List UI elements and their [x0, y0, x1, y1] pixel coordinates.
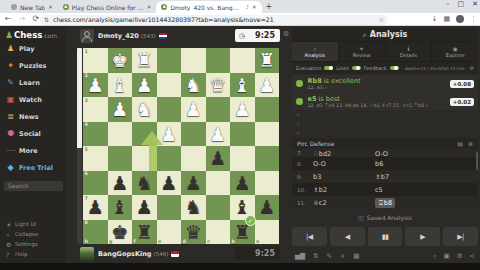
square-h3[interactable]: 3 [83, 97, 108, 122]
globe-favicon-icon [11, 4, 17, 10]
evaluation-chart-icon[interactable]: ▅▇ [295, 252, 305, 260]
square-f8[interactable]: f♜ [132, 220, 157, 245]
move-row-8[interactable]: 8.O-Ob6 [292, 157, 478, 170]
engine-line-1[interactable]: Rb8 is excellent12. a3 ⌕+0.08 [292, 75, 478, 92]
line-verdict: Rb8 is excellent [308, 77, 450, 85]
tab-details[interactable]: ℹDetails [385, 42, 432, 61]
sidebar-item-label: Puzzles [19, 62, 46, 70]
top-player-name[interactable]: Dmoty_420 [98, 32, 139, 40]
square-h1[interactable]: 1 [83, 48, 108, 73]
white-knight-piece[interactable]: ♞ [132, 97, 157, 122]
move-row-11[interactable]: 11.♕c2♖b8 [292, 196, 478, 209]
move-list-scrollbar[interactable] [476, 152, 478, 170]
move-row-7[interactable]: 7.♘bd2O-O [292, 150, 478, 157]
annotate-icon[interactable]: ✎ [326, 252, 331, 260]
move-quality-dot [296, 80, 303, 87]
white-knight-piece[interactable]: ♞ [181, 73, 206, 98]
sidebar-item-label: News [19, 113, 39, 121]
square-c4[interactable]: ♟ [206, 122, 231, 147]
bookmark-star-icon[interactable]: ☆ [379, 16, 384, 23]
footer-item-label: Help [15, 251, 28, 257]
close-icon[interactable]: ✕ [472, 0, 478, 8]
download-icon[interactable]: ↓ [432, 15, 438, 23]
top-player-avatar[interactable] [80, 29, 94, 43]
logo-pawn-icon: ♟ [5, 30, 13, 40]
square-b2[interactable]: ♝ [230, 73, 255, 98]
analysis-tab-icon: ⌕ [313, 45, 316, 52]
sidebar-item-news[interactable]: ≣News [0, 108, 67, 125]
browser-tabs: New Tab✕♟Play Chess Online for FREE - ..… [0, 1, 262, 13]
white-move[interactable]: ♕c2 [313, 199, 375, 207]
analysis-toggles: EvaluationLinesFeedbackdepth=14 | Stockf… [292, 61, 478, 74]
white-rook-piece[interactable]: ♜ [255, 48, 280, 73]
toggle-label-feedback: Feedback [364, 66, 387, 71]
line-pv: 12. a3 ♖e8 13. b4 ab 14. ♘b1 ♗c7 15. ♗c1… [308, 103, 450, 109]
square-a3[interactable] [255, 97, 280, 122]
square-h8[interactable]: 8h [83, 220, 108, 245]
sidebar-item-free-trial[interactable]: ◆Free Trial [0, 159, 67, 176]
tab-review[interactable]: ✦Review [338, 42, 385, 61]
rank-label: 8 [85, 220, 88, 225]
tab-close-icon[interactable]: ✕ [48, 4, 53, 10]
square-c1[interactable] [206, 48, 231, 73]
footer-item-label: Settings [15, 241, 38, 247]
settings-icon: ⚙ [6, 241, 15, 248]
toggle-label-lines: Lines [336, 66, 349, 71]
line-move: e5 [308, 95, 317, 103]
file-label: a [256, 239, 259, 244]
square-h6[interactable]: 6 [83, 171, 108, 196]
square-d7[interactable]: ♞ [181, 195, 206, 220]
rank-label: 5 [85, 147, 88, 152]
square-g1[interactable]: ♚ [108, 48, 133, 73]
new-tab-button[interactable]: + [266, 2, 273, 11]
square-c5[interactable]: ♟ [206, 146, 231, 171]
engine-line-placeholder: ⚡ [292, 111, 478, 119]
file-label: h [85, 239, 88, 244]
rank-label: 4 [85, 122, 88, 127]
square-g8[interactable]: g♚ [108, 220, 133, 245]
black-move[interactable]: b6 [375, 160, 478, 168]
square-d4[interactable] [181, 122, 206, 147]
browser-tab-2[interactable]: ♟Play Chess Online for FREE - ...✕ [58, 1, 157, 13]
top-player-clock: ◷ 9:25 [235, 29, 280, 42]
black-pawn-piece[interactable]: ♟ [132, 195, 157, 220]
square-a5[interactable] [255, 146, 280, 171]
white-king-piece[interactable]: ♚ [108, 48, 133, 73]
rank-label: 3 [85, 98, 88, 103]
square-d1[interactable] [181, 48, 206, 73]
archive-icon[interactable]: ▣ [444, 252, 450, 260]
square-d3[interactable]: ♟ [181, 97, 206, 122]
puzzles-icon: ✦ [5, 61, 16, 70]
sidebar-item-more[interactable]: ⋯More [0, 142, 67, 159]
tab-audio-icon[interactable]: ♪ [245, 4, 249, 10]
square-b6[interactable]: ♟ [230, 171, 255, 196]
move-row-10[interactable]: 10.♗b2c5 [292, 183, 478, 196]
move-number: 11. [292, 200, 313, 206]
square-a7[interactable]: ♟ [255, 195, 280, 220]
tab-label: Review [353, 52, 371, 58]
pawn-favicon-icon: ♟ [161, 4, 167, 10]
black-knight-piece[interactable]: ♞ [132, 171, 157, 196]
suggestion-arrow [149, 145, 157, 171]
bottom-player-flag [171, 251, 179, 257]
social-icon: ⚉ [5, 129, 16, 138]
suggestion-arrow-head [141, 131, 163, 145]
tab-label: Analysis [305, 52, 326, 58]
square-b5[interactable] [230, 146, 255, 171]
footer-item-label: Collapse [15, 231, 38, 237]
browser-toolbar: ← → ⟳ ⇅ chess.com/analysis/game/live/101… [0, 13, 480, 26]
white-move[interactable]: O-O [313, 160, 375, 168]
settings-icon[interactable]: ⚙ [457, 252, 463, 260]
black-pawn-piece[interactable]: ♟ [181, 171, 206, 196]
square-d2[interactable]: ♞ [181, 73, 206, 98]
black-king-piece[interactable]: ♚ [108, 220, 133, 245]
analysis-title: Analysis [370, 30, 408, 39]
square-g3[interactable]: ♟ [108, 97, 133, 122]
black-move[interactable]: O-O [375, 150, 478, 157]
square-c8[interactable]: c [206, 220, 231, 245]
tab-title: Play Chess Online for FREE - ... [72, 4, 144, 11]
add-line-icon[interactable]: + [340, 252, 345, 260]
step-forward-button[interactable]: ▶ [405, 227, 440, 246]
white-rook-piece[interactable]: ♜ [132, 48, 157, 73]
move-number: 8. [292, 161, 313, 167]
square-c7[interactable] [206, 195, 231, 220]
square-g4[interactable] [108, 122, 133, 147]
jump-to-start-button[interactable]: |◀ [292, 227, 327, 246]
boards-grid-icon[interactable]: ▦ [353, 252, 359, 260]
evaluation-bar [77, 48, 82, 244]
white-pawn-piece[interactable]: ♟ [83, 73, 108, 98]
light-ui-icon: ☀ [6, 221, 15, 228]
window-controls: –▢✕ [446, 0, 478, 8]
site-info-icon[interactable]: ⇅ [44, 16, 49, 23]
line-pv: 12. a3 ⌕ [308, 85, 450, 91]
square-h4[interactable]: 4 [83, 122, 108, 147]
search-icon[interactable]: ⌕ [433, 252, 437, 260]
black-move[interactable]: ♗b7 [375, 173, 478, 181]
sidebar-items: ♟Play✦Puzzles✎Learn▣Watch≣News⚉Social⋯Mo… [0, 40, 67, 176]
square-g5[interactable] [108, 146, 133, 171]
black-rook-piece[interactable]: ♜ [132, 220, 157, 245]
white-pawn-piece[interactable]: ♟ [255, 73, 280, 98]
playback-controls: |◀◀▮▮▶▶| [292, 227, 478, 246]
engine-line-2[interactable]: e5 is best12. a3 ♖e8 13. b4 ab 14. ♘b1 ♗… [292, 93, 478, 110]
white-pawn-piece[interactable]: ♟ [108, 97, 133, 122]
square-b4[interactable] [230, 122, 255, 147]
back-icon[interactable]: ← [5, 14, 12, 23]
square-c2[interactable]: ♛ [206, 73, 231, 98]
review-tab-icon: ✦ [359, 45, 364, 52]
sidebar-item-label: Free Trial [19, 164, 53, 172]
footer-item-light-ui[interactable]: ☀Light UI [0, 219, 67, 229]
flip-board-icon[interactable]: ⇅ [313, 252, 318, 260]
footer-item-label: Light UI [15, 221, 36, 227]
sidebar-item-play[interactable]: ♟Play [0, 40, 67, 57]
file-label: e [158, 239, 161, 244]
square-a8[interactable]: a [255, 220, 280, 245]
analysis-tabs: ⌕Analysis✦ReviewℹDetails◉Explore [292, 41, 478, 61]
file-label: c [207, 239, 210, 244]
square-f1[interactable]: ♜ [132, 48, 157, 73]
square-f2[interactable]: ♟ [132, 73, 157, 98]
sidebar-item-watch[interactable]: ▣Watch [0, 91, 67, 108]
sidebar-item-learn[interactable]: ✎Learn [0, 74, 67, 91]
square-a4[interactable] [255, 122, 280, 147]
square-e6[interactable]: ♟ [157, 171, 182, 196]
square-h7[interactable]: 7♟ [83, 195, 108, 220]
square-d6[interactable]: ♟ [181, 171, 206, 196]
white-move[interactable]: b3 [313, 173, 375, 181]
screen: New Tab✕♟Play Chess Online for FREE - ..… [0, 0, 480, 270]
details-tab-icon: ℹ [407, 45, 409, 52]
analysis-panel: ⌕ Analysis ⌕Analysis✦ReviewℹDetails◉Expl… [292, 28, 478, 262]
black-pawn-piece[interactable]: ♟ [83, 195, 108, 220]
white-pawn-piece[interactable]: ♟ [181, 97, 206, 122]
sidebar: ♟ Chess .com ♟Play✦Puzzles✎Learn▣Watch≣N… [0, 26, 67, 263]
bottom-player-rating: (546) [154, 251, 169, 257]
engine-settings-gear-icon[interactable]: ⚙ [470, 65, 474, 71]
extensions-icon[interactable]: ▦ [443, 15, 450, 23]
opening-name[interactable]: Pirc Defense [292, 140, 457, 147]
move-list[interactable]: 7.♘bd2O-O8.O-Ob69.b3♗b710.♗b2c511.♕c2♖b8 [292, 150, 478, 209]
forward-icon[interactable]: → [19, 14, 26, 23]
opening-row: Pirc Defense ▤ ⊗ [292, 138, 478, 149]
white-queen-piece[interactable]: ♛ [206, 73, 231, 98]
top-player-rating: (543) [141, 33, 156, 39]
dismiss-opening-icon[interactable]: ⊗ [468, 140, 473, 147]
square-g7[interactable]: ♝ [108, 195, 133, 220]
collapse-icon: « [6, 231, 15, 238]
footer-item-settings[interactable]: ⚙Settings [0, 239, 67, 249]
more-icon: ⋯ [5, 146, 16, 155]
opening-book-icon[interactable]: ▤ [457, 140, 463, 147]
move-number: 9. [292, 174, 313, 180]
sidebar-item-label: More [19, 147, 38, 155]
bottom-strip [0, 263, 480, 270]
free-trial-icon: ◆ [5, 163, 16, 172]
toggle-label-evaluation: Evaluation [296, 66, 321, 71]
line-eval-badge: +0.08 [450, 80, 474, 88]
share-icon[interactable]: < [470, 252, 475, 260]
move-number: 7. [292, 150, 313, 156]
browser-tab-3[interactable]: ♟Dmoty_420 vs. BangGopsKi...♪✕ [156, 1, 261, 13]
pawn-favicon-icon: ♟ [63, 4, 69, 10]
black-queen-piece[interactable]: ♛ [181, 220, 206, 245]
square-a1[interactable]: ♜ [255, 48, 280, 73]
watch-icon: ▣ [5, 95, 16, 104]
tab-analysis[interactable]: ⌕Analysis [292, 42, 338, 61]
black-move[interactable]: ♖b8 [375, 199, 478, 207]
white-bishop-piece[interactable]: ♝ [230, 73, 255, 98]
toggle-lines[interactable] [352, 66, 361, 71]
tab-title: Dmoty_420 vs. BangGopsKi... [170, 4, 242, 11]
white-pawn-piece[interactable]: ♟ [206, 122, 231, 147]
reload-icon[interactable]: ⟳ [32, 14, 39, 23]
engine-label: depth=14 | Stockfish 11 Lite [402, 66, 465, 71]
black-pawn-piece[interactable]: ♟ [157, 171, 182, 196]
black-move[interactable]: c5 [375, 186, 478, 194]
white-bishop-piece[interactable]: ♝ [108, 73, 133, 98]
browser-menu-icon[interactable]: ⋮ [470, 15, 477, 23]
current-move: ♖b8 [375, 198, 395, 208]
black-knight-piece[interactable]: ♞ [181, 195, 206, 220]
bottom-player-avatar[interactable] [80, 247, 94, 261]
square-e7[interactable] [157, 195, 182, 220]
black-pawn-piece[interactable]: ♟ [230, 171, 255, 196]
line-eval-badge: +0.02 [450, 98, 474, 106]
magnifier-icon: ⌕ [363, 31, 367, 39]
sidebar-item-social[interactable]: ⚉Social [0, 125, 67, 142]
square-d8[interactable]: d♛ [181, 220, 206, 245]
tab-close-icon[interactable]: ✕ [147, 4, 152, 10]
square-b1[interactable] [230, 48, 255, 73]
square-e3[interactable] [157, 97, 182, 122]
minimize-icon[interactable]: – [446, 0, 450, 8]
square-e1[interactable] [157, 48, 182, 73]
sidebar-item-label: Watch [19, 96, 42, 104]
square-g6[interactable]: ♟ [108, 171, 133, 196]
line-move: Rb8 [308, 77, 322, 85]
square-h5[interactable]: 5 [83, 146, 108, 171]
panel-toolbar: ▅▇⇅✎+▦ ⌕▣⚙< [292, 250, 478, 262]
tab-close-icon[interactable]: ✕ [252, 4, 257, 10]
white-pawn-piece[interactable]: ♟ [230, 97, 255, 122]
square-h2[interactable]: 2♟ [83, 73, 108, 98]
square-f7[interactable]: ♟ [132, 195, 157, 220]
square-d5[interactable] [181, 146, 206, 171]
engine-line-placeholder: ⚡ [292, 129, 478, 137]
tab-label: Explore [446, 52, 465, 58]
help-icon: ? [6, 251, 15, 258]
square-f6[interactable]: ♞ [132, 171, 157, 196]
sidebar-item-label: Play [19, 45, 34, 53]
pause-button[interactable]: ▮▮ [368, 227, 403, 246]
toggle-feedback[interactable] [390, 66, 399, 71]
square-g2[interactable]: ♝ [108, 73, 133, 98]
square-a2[interactable]: ♟ [255, 73, 280, 98]
briefcase-icon: ◫ [358, 214, 364, 221]
bottom-player-name[interactable]: BangGopsKing [98, 250, 152, 258]
black-pawn-piece[interactable]: ♟ [255, 195, 280, 220]
sidebar-item-puzzles[interactable]: ✦Puzzles [0, 57, 67, 74]
sidebar-footer: ☀Light UI«Collapse⚙Settings?Help [0, 219, 67, 259]
square-c3[interactable] [206, 97, 231, 122]
chesscom-logo[interactable]: ♟ Chess .com [0, 26, 67, 40]
learn-icon: ✎ [5, 78, 16, 87]
footer-item-help[interactable]: ?Help [0, 249, 67, 259]
move-row-9[interactable]: 9.b3♗b7 [292, 170, 478, 183]
footer-item-collapse[interactable]: «Collapse [0, 229, 67, 239]
tab-explore[interactable]: ◉Explore [431, 42, 478, 61]
toggle-evaluation[interactable] [324, 66, 333, 71]
white-move[interactable]: ♗b2 [313, 186, 375, 194]
sidebar-item-label: Learn [19, 79, 40, 87]
black-pawn-piece[interactable]: ♟ [206, 146, 231, 171]
board-area: Dmoty_420 (543) ◷ 9:25 ⚙ 1♚♜♜2♟♝♟♞♛♝♟3♟♞… [67, 26, 290, 263]
explore-tab-icon: ◉ [453, 45, 458, 52]
address-bar[interactable]: ⇅ chess.com/analysis/game/live/101443280… [40, 15, 388, 25]
saved-analysis-button[interactable]: ◫ Saved Analysis [292, 211, 478, 223]
url-text[interactable]: chess.com/analysis/game/live/10144328039… [53, 16, 379, 23]
rank-label: 1 [85, 49, 88, 54]
news-icon: ≣ [5, 112, 16, 121]
analysis-header: ⌕ Analysis [292, 28, 478, 41]
white-move[interactable]: ♘bd2 [313, 150, 375, 157]
square-a6[interactable] [255, 171, 280, 196]
search-input[interactable]: Search [4, 181, 63, 191]
line-verdict: e5 is best [308, 95, 450, 103]
engine-line-placeholder: ⚡ [292, 120, 478, 128]
square-e8[interactable]: e [157, 220, 182, 245]
bottom-player-clock: 9:25 [235, 247, 280, 260]
browser-tab-1[interactable]: New Tab✕ [6, 1, 58, 13]
square-e5[interactable] [157, 146, 182, 171]
profile-avatar[interactable] [456, 15, 464, 23]
tab-title: New Tab [20, 4, 45, 11]
sidebar-item-label: Social [19, 130, 41, 138]
move-number: 10. [292, 187, 313, 193]
black-pawn-piece[interactable]: ♟ [108, 171, 133, 196]
square-c6[interactable] [206, 171, 231, 196]
play-icon: ♟ [5, 44, 16, 53]
browser-tab-strip: New Tab✕♟Play Chess Online for FREE - ..… [0, 0, 480, 13]
step-back-button[interactable]: ◀ [330, 227, 365, 246]
move-quality-dot [296, 98, 303, 105]
black-bishop-piece[interactable]: ♝ [108, 195, 133, 220]
white-pawn-piece[interactable]: ♟ [132, 73, 157, 98]
top-player-flag [159, 33, 167, 39]
jump-to-end-button[interactable]: ▶| [443, 227, 478, 246]
maximize-icon[interactable]: ▢ [458, 0, 465, 8]
tab-label: Details [400, 52, 417, 58]
engine-lines: Rb8 is excellent12. a3 ⌕+0.08e5 is best1… [292, 75, 478, 137]
board-settings-gear-icon[interactable]: ⚙ [283, 30, 289, 38]
square-b3[interactable]: ♟ [230, 97, 255, 122]
square-e2[interactable] [157, 73, 182, 98]
rank-label: 6 [85, 171, 88, 176]
square-f3[interactable]: ♞ [132, 97, 157, 122]
excellent-move-badge: ✓ [245, 215, 256, 226]
